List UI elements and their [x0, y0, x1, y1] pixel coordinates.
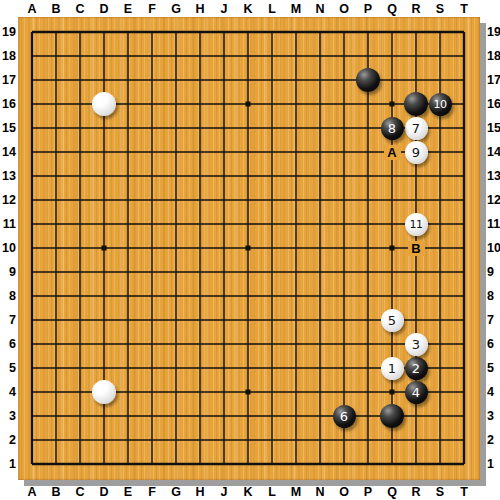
star-point-D10: [102, 246, 107, 251]
col-label-bottom-S: S: [428, 484, 452, 500]
stone-white-R14: 9: [405, 141, 428, 164]
go-diagram-page: { "game": "go", "board": { "size": 19, "…: [0, 0, 500, 500]
row-label-left-13: 13: [0, 168, 16, 184]
stone-black-P17: [356, 68, 380, 92]
stone-black-R4: 4: [405, 381, 428, 404]
stone-white-R11: 11: [405, 213, 428, 236]
row-label-left-14: 14: [0, 144, 16, 160]
col-label-top-C: C: [68, 1, 92, 17]
move-number: 6: [340, 410, 348, 423]
row-label-left-10: 10: [0, 240, 16, 256]
row-label-right-19: 19: [487, 24, 500, 40]
move-number: 3: [412, 338, 420, 351]
row-label-right-11: 11: [487, 216, 500, 232]
move-number: 9: [412, 146, 420, 159]
row-label-right-1: 1: [487, 456, 500, 472]
col-label-top-A: A: [20, 1, 44, 17]
board-label-B: B: [408, 241, 425, 256]
col-label-bottom-R: R: [404, 484, 428, 500]
col-label-bottom-A: A: [20, 484, 44, 500]
row-label-left-15: 15: [0, 120, 16, 136]
col-label-top-K: K: [236, 1, 260, 17]
col-label-top-T: T: [452, 1, 476, 17]
move-number: 5: [388, 314, 396, 327]
col-label-bottom-B: B: [44, 484, 68, 500]
row-label-left-7: 7: [0, 312, 16, 328]
col-label-bottom-O: O: [332, 484, 356, 500]
col-label-bottom-Q: Q: [380, 484, 404, 500]
star-point-Q16: [390, 102, 395, 107]
row-label-right-2: 2: [487, 432, 500, 448]
col-label-top-L: L: [260, 1, 284, 17]
row-label-right-14: 14: [487, 144, 500, 160]
col-label-bottom-E: E: [116, 484, 140, 500]
row-label-left-6: 6: [0, 336, 16, 352]
stone-white-Q7: 5: [381, 309, 404, 332]
row-label-left-4: 4: [0, 384, 16, 400]
row-label-left-1: 1: [0, 456, 16, 472]
row-label-left-18: 18: [0, 48, 16, 64]
col-label-top-M: M: [284, 1, 308, 17]
col-label-bottom-P: P: [356, 484, 380, 500]
board-label-A: A: [384, 145, 401, 160]
move-number: 2: [412, 362, 420, 375]
stone-black-R5: 2: [405, 357, 428, 380]
row-label-right-13: 13: [487, 168, 500, 184]
move-number: 4: [412, 386, 420, 399]
row-label-right-16: 16: [487, 96, 500, 112]
star-point-K10: [246, 246, 251, 251]
row-label-right-7: 7: [487, 312, 500, 328]
col-label-bottom-J: J: [212, 484, 236, 500]
row-label-right-6: 6: [487, 336, 500, 352]
col-label-top-D: D: [92, 1, 116, 17]
col-label-bottom-H: H: [188, 484, 212, 500]
stone-white-D16: [92, 92, 116, 116]
col-label-bottom-M: M: [284, 484, 308, 500]
row-label-left-17: 17: [0, 72, 16, 88]
col-label-bottom-K: K: [236, 484, 260, 500]
star-point-K4: [246, 390, 251, 395]
row-label-right-3: 3: [487, 408, 500, 424]
stone-black-Q15: 8: [381, 117, 404, 140]
col-label-top-J: J: [212, 1, 236, 17]
row-label-left-19: 19: [0, 24, 16, 40]
col-label-bottom-L: L: [260, 484, 284, 500]
row-label-left-11: 11: [0, 216, 16, 232]
go-board[interactable]: 1234567891011 AB: [18, 17, 480, 480]
stone-white-R15: 7: [405, 117, 428, 140]
stone-black-S16: 10: [429, 93, 452, 116]
col-label-bottom-T: T: [452, 484, 476, 500]
col-label-top-R: R: [404, 1, 428, 17]
row-label-left-3: 3: [0, 408, 16, 424]
stone-white-R6: 3: [405, 333, 428, 356]
star-point-Q4: [390, 390, 395, 395]
col-label-bottom-D: D: [92, 484, 116, 500]
row-label-left-5: 5: [0, 360, 16, 376]
stone-black-Q3: [380, 404, 404, 428]
row-label-right-4: 4: [487, 384, 500, 400]
row-label-right-9: 9: [487, 264, 500, 280]
col-label-bottom-G: G: [164, 484, 188, 500]
col-label-bottom-C: C: [68, 484, 92, 500]
stone-white-D4: [92, 380, 116, 404]
col-label-top-B: B: [44, 1, 68, 17]
star-point-Q10: [390, 246, 395, 251]
row-label-right-10: 10: [487, 240, 500, 256]
col-label-top-S: S: [428, 1, 452, 17]
row-label-right-5: 5: [487, 360, 500, 376]
move-number: 1: [388, 362, 396, 375]
move-number: 10: [434, 99, 447, 110]
col-label-top-O: O: [332, 1, 356, 17]
col-label-top-H: H: [188, 1, 212, 17]
col-label-bottom-N: N: [308, 484, 332, 500]
row-label-left-12: 12: [0, 192, 16, 208]
col-label-top-N: N: [308, 1, 332, 17]
stone-white-Q5: 1: [381, 357, 404, 380]
stone-black-O3: 6: [333, 405, 356, 428]
row-label-left-2: 2: [0, 432, 16, 448]
row-label-left-9: 9: [0, 264, 16, 280]
move-number: 11: [410, 219, 423, 230]
col-label-top-G: G: [164, 1, 188, 17]
col-label-bottom-F: F: [140, 484, 164, 500]
stone-black-R16: [404, 92, 428, 116]
row-label-right-15: 15: [487, 120, 500, 136]
row-label-right-17: 17: [487, 72, 500, 88]
row-label-right-8: 8: [487, 288, 500, 304]
star-point-K16: [246, 102, 251, 107]
row-label-right-18: 18: [487, 48, 500, 64]
row-label-left-8: 8: [0, 288, 16, 304]
col-label-top-P: P: [356, 1, 380, 17]
col-label-top-E: E: [116, 1, 140, 17]
move-number: 7: [412, 122, 420, 135]
col-label-top-F: F: [140, 1, 164, 17]
row-label-right-12: 12: [487, 192, 500, 208]
move-number: 8: [388, 122, 396, 135]
col-label-top-Q: Q: [380, 1, 404, 17]
row-label-left-16: 16: [0, 96, 16, 112]
